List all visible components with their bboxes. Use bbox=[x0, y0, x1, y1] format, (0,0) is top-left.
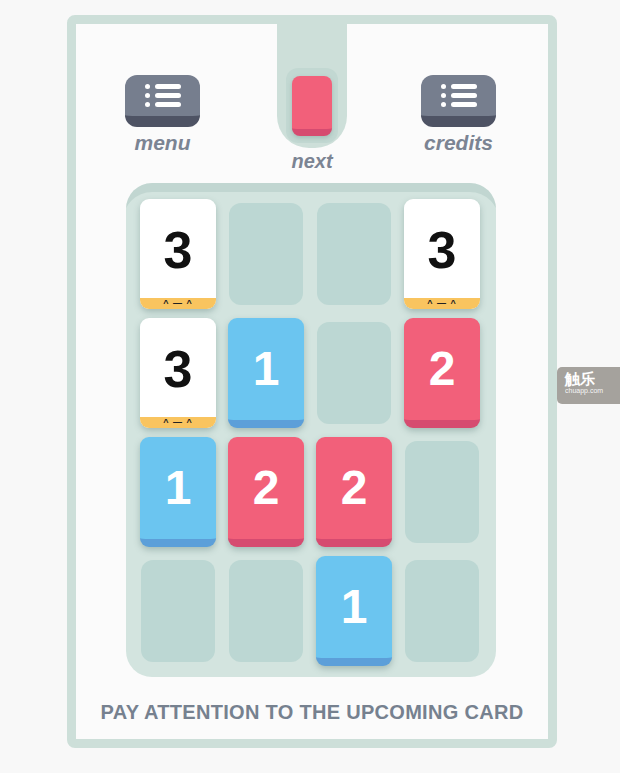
cell-r2c3 bbox=[316, 318, 392, 428]
empty-slot bbox=[229, 560, 303, 662]
card-face-strip: ^ — ^ bbox=[404, 298, 480, 309]
card-face-strip: ^ — ^ bbox=[140, 417, 216, 428]
cell-r2c1: 3^ — ^ bbox=[140, 318, 216, 428]
next-label: next bbox=[267, 150, 357, 173]
card-number: 3 bbox=[164, 224, 193, 284]
credits-label: credits bbox=[401, 131, 516, 155]
card-number: 1 bbox=[253, 345, 280, 393]
menu-label: menu bbox=[105, 131, 220, 155]
next-card bbox=[292, 76, 332, 136]
card-3[interactable]: 3^ — ^ bbox=[140, 199, 216, 309]
cell-r3c3: 2 bbox=[316, 437, 392, 547]
empty-slot bbox=[317, 203, 391, 305]
card-1[interactable]: 1 bbox=[316, 556, 392, 666]
cell-r3c1: 1 bbox=[140, 437, 216, 547]
empty-slot bbox=[229, 203, 303, 305]
card-number: 2 bbox=[253, 464, 280, 512]
watermark-badge: 触乐 chuapp.com bbox=[557, 367, 620, 404]
menu-list-icon bbox=[145, 84, 181, 107]
card-face-strip: ^ — ^ bbox=[140, 298, 216, 309]
watermark-title: 触乐 bbox=[565, 371, 620, 387]
card-2[interactable]: 2 bbox=[228, 437, 304, 547]
card-1[interactable]: 1 bbox=[140, 437, 216, 547]
card-number: 1 bbox=[341, 583, 368, 631]
menu-button[interactable] bbox=[125, 75, 200, 127]
cell-r4c1 bbox=[140, 556, 216, 666]
card-2[interactable]: 2 bbox=[404, 318, 480, 428]
cell-r3c4 bbox=[404, 437, 480, 547]
cell-r1c4: 3^ — ^ bbox=[404, 199, 480, 309]
card-2[interactable]: 2 bbox=[316, 437, 392, 547]
cell-r1c1: 3^ — ^ bbox=[140, 199, 216, 309]
empty-slot bbox=[405, 441, 479, 543]
empty-slot bbox=[141, 560, 215, 662]
board-grid: 3^ — ^3^ — ^3^ — ^121221 bbox=[140, 199, 480, 666]
cell-r2c4: 2 bbox=[404, 318, 480, 428]
card-number: 3 bbox=[428, 224, 457, 284]
empty-slot bbox=[405, 560, 479, 662]
credits-list-icon bbox=[441, 84, 477, 107]
credits-button[interactable] bbox=[421, 75, 496, 127]
watermark-subtitle: chuapp.com bbox=[565, 387, 620, 395]
cell-r3c2: 2 bbox=[228, 437, 304, 547]
cell-r4c4 bbox=[404, 556, 480, 666]
card-number: 2 bbox=[341, 464, 368, 512]
card-number: 3 bbox=[164, 343, 193, 403]
cell-r4c3: 1 bbox=[316, 556, 392, 666]
card-number: 1 bbox=[165, 464, 192, 512]
cell-r4c2 bbox=[228, 556, 304, 666]
hint-text: PAY ATTENTION TO THE UPCOMING CARD bbox=[76, 701, 548, 724]
game-board[interactable]: 3^ — ^3^ — ^3^ — ^121221 bbox=[126, 183, 496, 677]
cell-r1c3 bbox=[316, 199, 392, 309]
empty-slot bbox=[317, 322, 391, 424]
cell-r2c2: 1 bbox=[228, 318, 304, 428]
card-3[interactable]: 3^ — ^ bbox=[140, 318, 216, 428]
card-1[interactable]: 1 bbox=[228, 318, 304, 428]
cell-r1c2 bbox=[228, 199, 304, 309]
card-number: 2 bbox=[429, 345, 456, 393]
card-3[interactable]: 3^ — ^ bbox=[404, 199, 480, 309]
